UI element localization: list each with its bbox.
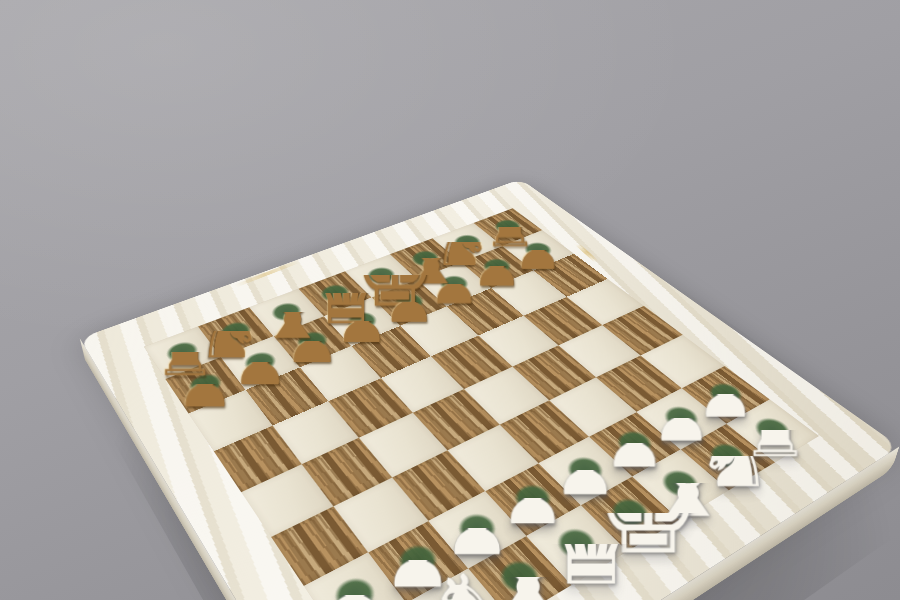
board-frame: ♜♞♝♛♚♝♞♜♟♟♟♟♟♟♟♟♟♟♟♟♟♟♟♟♜♞♝♛♚♝♞♜ [79, 179, 899, 600]
square-r4c6[interactable] [558, 325, 640, 377]
square-r1c0[interactable]: ♟ [165, 357, 245, 414]
playing-squares: ♜♞♝♛♚♝♞♜♟♟♟♟♟♟♟♟♟♟♟♟♟♟♟♟♜♞♝♛♚♝♞♜ [143, 208, 818, 600]
camera-perspective: ♜♞♝♛♚♝♞♜♟♟♟♟♟♟♟♟♟♟♟♟♟♟♟♟♜♞♝♛♚♝♞♜ [0, 0, 900, 600]
photo-backdrop: ♜♞♝♛♚♝♞♜♟♟♟♟♟♟♟♟♟♟♟♟♟♟♟♟♜♞♝♛♚♝♞♜ [0, 0, 900, 600]
chess-board: ♜♞♝♛♚♝♞♜♟♟♟♟♟♟♟♟♟♟♟♟♟♟♟♟♜♞♝♛♚♝♞♜ [79, 179, 899, 600]
